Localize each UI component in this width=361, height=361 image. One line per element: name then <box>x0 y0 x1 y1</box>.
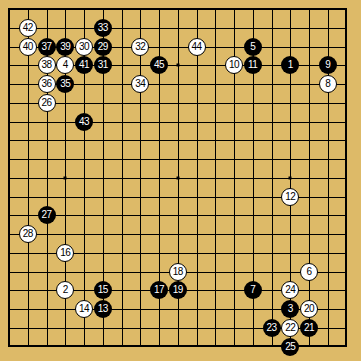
go-board[interactable]: 1234567891011121314151617181920212223242… <box>0 0 361 361</box>
stone-white-8[interactable]: 8 <box>319 75 337 93</box>
stone-white-4[interactable]: 4 <box>56 56 74 74</box>
stone-move-number: 43 <box>79 113 89 131</box>
stone-move-number: 20 <box>304 300 314 318</box>
stone-white-32[interactable]: 32 <box>131 38 149 56</box>
stone-move-number: 42 <box>23 19 33 37</box>
stone-move-number: 38 <box>41 56 51 74</box>
stone-move-number: 35 <box>60 75 70 93</box>
stone-move-number: 22 <box>285 319 295 337</box>
stone-white-16[interactable]: 16 <box>56 244 74 262</box>
stone-move-number: 40 <box>23 38 33 56</box>
stone-move-number: 30 <box>79 38 89 56</box>
star-point <box>64 176 67 179</box>
stone-black-13[interactable]: 13 <box>94 300 112 318</box>
stone-move-number: 8 <box>325 75 330 93</box>
stone-white-22[interactable]: 22 <box>281 319 299 337</box>
stone-move-number: 39 <box>60 38 70 56</box>
stone-move-number: 5 <box>250 38 255 56</box>
stone-black-41[interactable]: 41 <box>75 56 93 74</box>
stone-white-14[interactable]: 14 <box>75 300 93 318</box>
stone-move-number: 26 <box>41 94 51 112</box>
stone-move-number: 28 <box>23 225 33 243</box>
stone-black-15[interactable]: 15 <box>94 281 112 299</box>
stone-black-29[interactable]: 29 <box>94 38 112 56</box>
stone-black-43[interactable]: 43 <box>75 113 93 131</box>
grid-line <box>215 9 216 347</box>
stone-black-7[interactable]: 7 <box>244 281 262 299</box>
stone-black-9[interactable]: 9 <box>319 56 337 74</box>
stone-move-number: 24 <box>285 281 295 299</box>
stone-black-45[interactable]: 45 <box>150 56 168 74</box>
stone-move-number: 32 <box>135 38 145 56</box>
stone-black-33[interactable]: 33 <box>94 19 112 37</box>
stone-black-37[interactable]: 37 <box>38 38 56 56</box>
stone-move-number: 15 <box>98 281 108 299</box>
grid-line <box>272 9 273 347</box>
stone-white-40[interactable]: 40 <box>19 38 37 56</box>
stone-black-25[interactable]: 25 <box>281 338 299 356</box>
stone-white-36[interactable]: 36 <box>38 75 56 93</box>
stone-move-number: 41 <box>79 56 89 74</box>
stone-move-number: 45 <box>154 56 164 74</box>
stone-move-number: 6 <box>306 263 311 281</box>
stone-move-number: 16 <box>60 244 70 262</box>
stone-move-number: 2 <box>63 281 68 299</box>
stone-move-number: 21 <box>304 319 314 337</box>
stone-move-number: 13 <box>98 300 108 318</box>
grid-line <box>9 215 347 216</box>
stone-white-26[interactable]: 26 <box>38 94 56 112</box>
stone-white-6[interactable]: 6 <box>300 263 318 281</box>
stone-black-19[interactable]: 19 <box>169 281 187 299</box>
stone-black-21[interactable]: 21 <box>300 319 318 337</box>
stone-move-number: 33 <box>98 19 108 37</box>
star-point <box>176 64 179 67</box>
stone-black-23[interactable]: 23 <box>263 319 281 337</box>
stone-white-10[interactable]: 10 <box>225 56 243 74</box>
stone-move-number: 17 <box>154 281 164 299</box>
stone-move-number: 7 <box>250 281 255 299</box>
stone-black-17[interactable]: 17 <box>150 281 168 299</box>
stone-white-12[interactable]: 12 <box>281 188 299 206</box>
stone-white-28[interactable]: 28 <box>19 225 37 243</box>
stone-move-number: 34 <box>135 75 145 93</box>
stone-black-31[interactable]: 31 <box>94 56 112 74</box>
stone-move-number: 11 <box>248 56 257 74</box>
stone-move-number: 3 <box>288 300 293 318</box>
stone-black-27[interactable]: 27 <box>38 206 56 224</box>
grid-line <box>9 234 347 235</box>
grid-line <box>197 9 198 347</box>
stone-move-number: 4 <box>63 56 68 74</box>
stone-black-1[interactable]: 1 <box>281 56 299 74</box>
stone-white-24[interactable]: 24 <box>281 281 299 299</box>
stone-white-20[interactable]: 20 <box>300 300 318 318</box>
stone-black-3[interactable]: 3 <box>281 300 299 318</box>
star-point <box>176 176 179 179</box>
stone-white-38[interactable]: 38 <box>38 56 56 74</box>
stone-white-34[interactable]: 34 <box>131 75 149 93</box>
stone-move-number: 44 <box>191 38 201 56</box>
stone-move-number: 31 <box>98 56 108 74</box>
stone-move-number: 12 <box>285 188 295 206</box>
stone-white-30[interactable]: 30 <box>75 38 93 56</box>
stone-black-5[interactable]: 5 <box>244 38 262 56</box>
stone-white-2[interactable]: 2 <box>56 281 74 299</box>
stone-move-number: 14 <box>79 300 89 318</box>
stone-move-number: 25 <box>285 338 295 356</box>
stone-move-number: 27 <box>41 206 51 224</box>
stone-move-number: 37 <box>41 38 51 56</box>
stone-move-number: 23 <box>266 319 276 337</box>
stone-white-42[interactable]: 42 <box>19 19 37 37</box>
stone-white-18[interactable]: 18 <box>169 263 187 281</box>
stone-black-39[interactable]: 39 <box>56 38 74 56</box>
stone-move-number: 19 <box>173 281 183 299</box>
stone-black-35[interactable]: 35 <box>56 75 74 93</box>
stone-move-number: 9 <box>325 56 330 74</box>
stone-white-44[interactable]: 44 <box>188 38 206 56</box>
stone-move-number: 36 <box>41 75 51 93</box>
stone-move-number: 1 <box>288 56 293 74</box>
stone-move-number: 18 <box>173 263 183 281</box>
grid-line <box>309 9 310 347</box>
stone-black-11[interactable]: 11 <box>244 56 262 74</box>
stone-move-number: 29 <box>98 38 108 56</box>
stone-move-number: 10 <box>229 56 239 74</box>
star-point <box>289 176 292 179</box>
